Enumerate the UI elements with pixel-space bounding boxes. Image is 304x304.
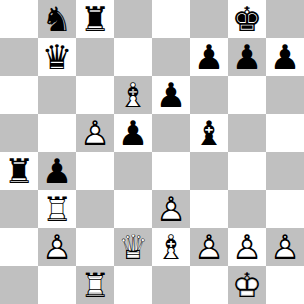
white-pawn-glyph: ♙ xyxy=(228,228,266,266)
square-e1[interactable] xyxy=(152,266,190,304)
black-king-glyph: ♚ xyxy=(228,0,266,38)
square-a1[interactable] xyxy=(0,266,38,304)
black-rook-glyph: ♜ xyxy=(76,0,114,38)
square-a5[interactable] xyxy=(0,114,38,152)
piece-black-pawn[interactable]: ♟ xyxy=(152,76,190,114)
piece-white-pawn[interactable]: ♟♙ xyxy=(76,114,114,152)
piece-white-rook[interactable]: ♜♖ xyxy=(76,266,114,304)
square-h6[interactable] xyxy=(266,76,304,114)
square-a3[interactable] xyxy=(0,190,38,228)
square-g8[interactable]: ♚ xyxy=(228,0,266,38)
square-a6[interactable] xyxy=(0,76,38,114)
piece-black-pawn[interactable]: ♟ xyxy=(266,38,304,76)
square-e3[interactable]: ♟♙ xyxy=(152,190,190,228)
square-d6[interactable]: ♝♗ xyxy=(114,76,152,114)
piece-black-rook[interactable]: ♜ xyxy=(76,0,114,38)
square-c6[interactable] xyxy=(76,76,114,114)
square-a8[interactable] xyxy=(0,0,38,38)
square-h4[interactable] xyxy=(266,152,304,190)
piece-white-queen[interactable]: ♛♕ xyxy=(114,228,152,266)
square-b7[interactable]: ♛ xyxy=(38,38,76,76)
square-d5[interactable]: ♟ xyxy=(114,114,152,152)
white-king-glyph: ♔ xyxy=(228,266,266,304)
square-h7[interactable]: ♟ xyxy=(266,38,304,76)
square-b8[interactable]: ♞ xyxy=(38,0,76,38)
square-c2[interactable] xyxy=(76,228,114,266)
square-f6[interactable] xyxy=(190,76,228,114)
square-b6[interactable] xyxy=(38,76,76,114)
square-g1[interactable]: ♚♔ xyxy=(228,266,266,304)
square-g4[interactable] xyxy=(228,152,266,190)
black-pawn-glyph: ♟ xyxy=(152,76,190,114)
square-b2[interactable]: ♟♙ xyxy=(38,228,76,266)
square-g5[interactable] xyxy=(228,114,266,152)
square-e8[interactable] xyxy=(152,0,190,38)
square-g2[interactable]: ♟♙ xyxy=(228,228,266,266)
square-c7[interactable] xyxy=(76,38,114,76)
piece-white-bishop[interactable]: ♝♗ xyxy=(152,228,190,266)
white-pawn-glyph: ♙ xyxy=(76,114,114,152)
white-bishop-glyph: ♗ xyxy=(114,76,152,114)
chess-board: ♞♜♚♛♟♟♟♝♗♟♟♙♟♝♜♟♜♖♟♙♟♙♛♕♝♗♟♙♟♙♟♙♜♖♚♔ xyxy=(0,0,304,304)
white-pawn-glyph: ♙ xyxy=(266,228,304,266)
piece-white-pawn[interactable]: ♟♙ xyxy=(190,228,228,266)
black-knight-glyph: ♞ xyxy=(38,0,76,38)
piece-black-pawn[interactable]: ♟ xyxy=(38,152,76,190)
black-pawn-glyph: ♟ xyxy=(266,38,304,76)
square-f3[interactable] xyxy=(190,190,228,228)
piece-white-bishop[interactable]: ♝♗ xyxy=(114,76,152,114)
piece-black-pawn[interactable]: ♟ xyxy=(190,38,228,76)
square-d4[interactable] xyxy=(114,152,152,190)
square-b5[interactable] xyxy=(38,114,76,152)
white-bishop-glyph: ♗ xyxy=(152,228,190,266)
square-b1[interactable] xyxy=(38,266,76,304)
square-c4[interactable] xyxy=(76,152,114,190)
square-e6[interactable]: ♟ xyxy=(152,76,190,114)
square-e7[interactable] xyxy=(152,38,190,76)
white-pawn-glyph: ♙ xyxy=(190,228,228,266)
square-h3[interactable] xyxy=(266,190,304,228)
square-a2[interactable] xyxy=(0,228,38,266)
square-e5[interactable] xyxy=(152,114,190,152)
square-a7[interactable] xyxy=(0,38,38,76)
piece-black-knight[interactable]: ♞ xyxy=(38,0,76,38)
piece-black-bishop[interactable]: ♝ xyxy=(190,114,228,152)
square-g6[interactable] xyxy=(228,76,266,114)
square-g7[interactable]: ♟ xyxy=(228,38,266,76)
piece-black-queen[interactable]: ♛ xyxy=(38,38,76,76)
piece-black-pawn[interactable]: ♟ xyxy=(114,114,152,152)
square-d7[interactable] xyxy=(114,38,152,76)
square-f5[interactable]: ♝ xyxy=(190,114,228,152)
piece-white-rook[interactable]: ♜♖ xyxy=(38,190,76,228)
square-c3[interactable] xyxy=(76,190,114,228)
square-f4[interactable] xyxy=(190,152,228,190)
piece-black-king[interactable]: ♚ xyxy=(228,0,266,38)
white-rook-glyph: ♖ xyxy=(38,190,76,228)
square-e2[interactable]: ♝♗ xyxy=(152,228,190,266)
square-d2[interactable]: ♛♕ xyxy=(114,228,152,266)
black-pawn-glyph: ♟ xyxy=(38,152,76,190)
black-pawn-glyph: ♟ xyxy=(228,38,266,76)
black-queen-glyph: ♛ xyxy=(38,38,76,76)
white-pawn-glyph: ♙ xyxy=(38,228,76,266)
black-pawn-glyph: ♟ xyxy=(114,114,152,152)
square-h1[interactable] xyxy=(266,266,304,304)
white-rook-glyph: ♖ xyxy=(76,266,114,304)
piece-white-pawn[interactable]: ♟♙ xyxy=(152,190,190,228)
square-f8[interactable] xyxy=(190,0,228,38)
square-b4[interactable]: ♟ xyxy=(38,152,76,190)
piece-white-pawn[interactable]: ♟♙ xyxy=(38,228,76,266)
piece-white-king[interactable]: ♚♔ xyxy=(228,266,266,304)
piece-white-pawn[interactable]: ♟♙ xyxy=(228,228,266,266)
white-pawn-glyph: ♙ xyxy=(152,190,190,228)
square-d3[interactable] xyxy=(114,190,152,228)
square-c8[interactable]: ♜ xyxy=(76,0,114,38)
piece-black-pawn[interactable]: ♟ xyxy=(228,38,266,76)
piece-black-rook[interactable]: ♜ xyxy=(0,152,38,190)
square-h2[interactable]: ♟♙ xyxy=(266,228,304,266)
square-f7[interactable]: ♟ xyxy=(190,38,228,76)
square-d8[interactable] xyxy=(114,0,152,38)
piece-white-pawn[interactable]: ♟♙ xyxy=(266,228,304,266)
black-bishop-glyph: ♝ xyxy=(190,114,228,152)
square-d1[interactable] xyxy=(114,266,152,304)
square-f1[interactable] xyxy=(190,266,228,304)
square-a4[interactable]: ♜ xyxy=(0,152,38,190)
square-h8[interactable] xyxy=(266,0,304,38)
square-e4[interactable] xyxy=(152,152,190,190)
square-b3[interactable]: ♜♖ xyxy=(38,190,76,228)
black-rook-glyph: ♜ xyxy=(0,152,38,190)
square-f2[interactable]: ♟♙ xyxy=(190,228,228,266)
square-c1[interactable]: ♜♖ xyxy=(76,266,114,304)
square-h5[interactable] xyxy=(266,114,304,152)
black-pawn-glyph: ♟ xyxy=(190,38,228,76)
square-c5[interactable]: ♟♙ xyxy=(76,114,114,152)
square-g3[interactable] xyxy=(228,190,266,228)
white-queen-glyph: ♕ xyxy=(114,228,152,266)
